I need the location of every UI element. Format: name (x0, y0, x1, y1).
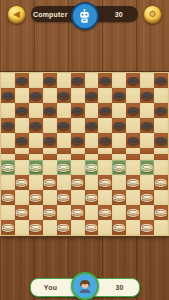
white-piece[interactable]: ⛂ (71, 205, 85, 220)
board-square[interactable]: ⛂ (1, 160, 15, 175)
board-square[interactable]: ⛂ (98, 175, 112, 190)
player-avatar (71, 272, 99, 300)
board-square[interactable]: ⛂ (71, 73, 85, 88)
black-piece[interactable]: ⛂ (98, 133, 112, 148)
black-piece[interactable]: ⛂ (112, 88, 126, 103)
black-piece[interactable]: ⛂ (126, 73, 140, 88)
black-piece[interactable]: ⛂ (15, 103, 29, 118)
black-piece[interactable]: ⛂ (98, 73, 112, 88)
black-piece[interactable]: ⛂ (126, 133, 140, 148)
board-square[interactable]: ⛂ (154, 175, 168, 190)
board-square (140, 133, 154, 148)
board-square[interactable]: ⛂ (98, 133, 112, 148)
white-piece[interactable]: ⛂ (126, 175, 140, 190)
opponent-name: Computer (31, 11, 70, 18)
board-square[interactable]: ⛂ (98, 73, 112, 88)
white-piece[interactable]: ⛂ (1, 190, 15, 205)
black-piece[interactable]: ⛂ (15, 73, 29, 88)
white-piece[interactable]: ⛂ (1, 220, 15, 235)
black-piece[interactable]: ⛂ (112, 118, 126, 133)
board-square (154, 220, 168, 235)
board-square[interactable]: ⛂ (98, 205, 112, 220)
board-square[interactable]: ⛂ (43, 205, 57, 220)
white-piece[interactable]: ⛂ (98, 205, 112, 220)
white-piece[interactable]: ⛂ (71, 175, 85, 190)
white-piece[interactable]: ⛂ (57, 220, 71, 235)
board-square[interactable]: ⛂ (29, 220, 43, 235)
checkers-board: ⛂⛂⛂⛂⛂⛂⛂⛂⛂⛂⛂⛂⛂⛂⛂⛂⛂⛂⛂⛂⛂⛂⛂⛂⛂⛂⛂⛂⛂⛂⛂⛂⛂⛂⛂⛂⛂⛂⛂⛂… (0, 72, 169, 236)
board-square[interactable]: ⛂ (29, 88, 43, 103)
black-piece[interactable]: ⛂ (1, 88, 15, 103)
board-square[interactable]: ⛂ (29, 190, 43, 205)
board-square[interactable]: ⛂ (154, 133, 168, 148)
settings-button[interactable]: ⚙ (143, 5, 162, 24)
board-square[interactable]: ⛂ (140, 118, 154, 133)
board-square (29, 133, 43, 148)
board-square[interactable]: ⛂ (126, 175, 140, 190)
player-name: You (31, 284, 70, 291)
board-square[interactable]: ⛂ (15, 103, 29, 118)
board-square[interactable]: ⛂ (126, 133, 140, 148)
board-square (126, 220, 140, 235)
white-piece[interactable]: ⛂ (112, 160, 126, 175)
white-piece[interactable]: ⛂ (98, 175, 112, 190)
white-piece[interactable]: ⛂ (154, 205, 168, 220)
white-piece[interactable]: ⛂ (112, 220, 126, 235)
board-square[interactable]: ⛂ (15, 175, 29, 190)
board-square[interactable]: ⛂ (71, 103, 85, 118)
opponent-piece-count: 30 (100, 11, 139, 18)
board-square[interactable]: ⛂ (57, 118, 71, 133)
white-piece[interactable]: ⛂ (154, 175, 168, 190)
board-square (57, 133, 71, 148)
black-piece[interactable]: ⛂ (57, 118, 71, 133)
board-square[interactable]: ⛂ (140, 220, 154, 235)
board-square[interactable]: ⛂ (43, 73, 57, 88)
black-piece[interactable]: ⛂ (43, 103, 57, 118)
board-square[interactable]: ⛂ (57, 220, 71, 235)
white-piece[interactable]: ⛂ (1, 160, 15, 175)
white-piece[interactable]: ⛂ (57, 190, 71, 205)
black-piece[interactable]: ⛂ (29, 88, 43, 103)
black-piece[interactable]: ⛂ (71, 133, 85, 148)
board-square[interactable]: ⛂ (98, 103, 112, 118)
black-piece[interactable]: ⛂ (29, 118, 43, 133)
board-square[interactable]: ⛂ (29, 118, 43, 133)
board-square[interactable]: ⛂ (154, 103, 168, 118)
board-square[interactable]: ⛂ (1, 220, 15, 235)
board-square[interactable]: ⛂ (126, 103, 140, 118)
black-piece[interactable]: ⛂ (85, 118, 99, 133)
board-square[interactable]: ⛂ (112, 118, 126, 133)
board-square[interactable]: ⛂ (29, 160, 43, 175)
board-square[interactable]: ⛂ (85, 88, 99, 103)
white-piece[interactable]: ⛂ (29, 160, 43, 175)
black-piece[interactable]: ⛂ (154, 133, 168, 148)
board-square[interactable]: ⛂ (154, 205, 168, 220)
board-square[interactable]: ⛂ (112, 220, 126, 235)
white-piece[interactable]: ⛂ (112, 190, 126, 205)
white-piece[interactable]: ⛂ (29, 220, 43, 235)
board-square (112, 133, 126, 148)
black-piece[interactable]: ⛂ (154, 103, 168, 118)
board-square[interactable]: ⛂ (15, 133, 29, 148)
white-piece[interactable]: ⛂ (126, 205, 140, 220)
white-piece[interactable]: ⛂ (15, 205, 29, 220)
black-piece[interactable]: ⛂ (126, 103, 140, 118)
board-square[interactable]: ⛂ (154, 73, 168, 88)
black-piece[interactable]: ⛂ (140, 88, 154, 103)
board-square[interactable]: ⛂ (1, 118, 15, 133)
board-square[interactable]: ⛂ (15, 73, 29, 88)
white-piece[interactable]: ⛂ (85, 160, 99, 175)
back-button[interactable]: ◀ (7, 5, 26, 24)
board-square (98, 220, 112, 235)
board-grid: ⛂⛂⛂⛂⛂⛂⛂⛂⛂⛂⛂⛂⛂⛂⛂⛂⛂⛂⛂⛂⛂⛂⛂⛂⛂⛂⛂⛂⛂⛂⛂⛂⛂⛂⛂⛂⛂⛂⛂⛂… (1, 73, 168, 235)
board-square[interactable]: ⛂ (140, 88, 154, 103)
board-square[interactable]: ⛂ (15, 205, 29, 220)
board-square[interactable]: ⛂ (112, 160, 126, 175)
board-square (43, 220, 57, 235)
white-piece[interactable]: ⛂ (43, 175, 57, 190)
board-square[interactable]: ⛂ (85, 220, 99, 235)
board-square[interactable]: ⛂ (57, 190, 71, 205)
white-piece[interactable]: ⛂ (85, 190, 99, 205)
game-screen: ◀ Computer 30 ⚙ ⛂⛂⛂⛂⛂⛂⛂⛂⛂⛂⛂⛂⛂⛂⛂⛂⛂⛂⛂⛂⛂⛂⛂⛂… (0, 0, 169, 300)
board-square[interactable]: ⛂ (126, 205, 140, 220)
white-piece[interactable]: ⛂ (15, 175, 29, 190)
settings-gear-icon: ⚙ (148, 10, 156, 19)
black-piece[interactable]: ⛂ (154, 73, 168, 88)
robot-icon (77, 9, 92, 24)
black-piece[interactable]: ⛂ (85, 88, 99, 103)
board-square[interactable]: ⛂ (85, 190, 99, 205)
black-piece[interactable]: ⛂ (43, 73, 57, 88)
board-square[interactable]: ⛂ (1, 88, 15, 103)
black-piece[interactable]: ⛂ (98, 103, 112, 118)
board-square[interactable]: ⛂ (1, 190, 15, 205)
black-piece[interactable]: ⛂ (71, 73, 85, 88)
opponent-avatar (71, 2, 99, 30)
board-square[interactable]: ⛂ (140, 160, 154, 175)
board-square (15, 220, 29, 235)
board-square[interactable]: ⛂ (57, 88, 71, 103)
board-square[interactable]: ⛂ (85, 118, 99, 133)
white-piece[interactable]: ⛂ (140, 220, 154, 235)
black-piece[interactable]: ⛂ (71, 103, 85, 118)
white-piece[interactable]: ⛂ (43, 205, 57, 220)
black-piece[interactable]: ⛂ (1, 118, 15, 133)
white-piece[interactable]: ⛂ (85, 220, 99, 235)
board-square (1, 133, 15, 148)
board-square[interactable]: ⛂ (112, 190, 126, 205)
black-piece[interactable]: ⛂ (43, 133, 57, 148)
black-piece[interactable]: ⛂ (140, 118, 154, 133)
board-square (71, 220, 85, 235)
board-square (85, 133, 99, 148)
board-square[interactable]: ⛂ (43, 103, 57, 118)
board-square[interactable]: ⛂ (126, 73, 140, 88)
black-piece[interactable]: ⛂ (57, 88, 71, 103)
person-icon (77, 278, 93, 294)
board-square[interactable]: ⛂ (71, 205, 85, 220)
board-square[interactable]: ⛂ (140, 190, 154, 205)
white-piece[interactable]: ⛂ (140, 190, 154, 205)
board-square[interactable]: ⛂ (71, 175, 85, 190)
white-piece[interactable]: ⛂ (57, 160, 71, 175)
white-piece[interactable]: ⛂ (140, 160, 154, 175)
board-square[interactable]: ⛂ (112, 88, 126, 103)
board-square[interactable]: ⛂ (43, 133, 57, 148)
board-square[interactable]: ⛂ (71, 133, 85, 148)
player-piece-count: 30 (100, 284, 139, 291)
board-square[interactable]: ⛂ (43, 175, 57, 190)
white-piece[interactable]: ⛂ (29, 190, 43, 205)
board-square[interactable]: ⛂ (85, 160, 99, 175)
board-square[interactable]: ⛂ (57, 160, 71, 175)
black-piece[interactable]: ⛂ (15, 133, 29, 148)
back-arrow-icon: ◀ (13, 10, 20, 19)
